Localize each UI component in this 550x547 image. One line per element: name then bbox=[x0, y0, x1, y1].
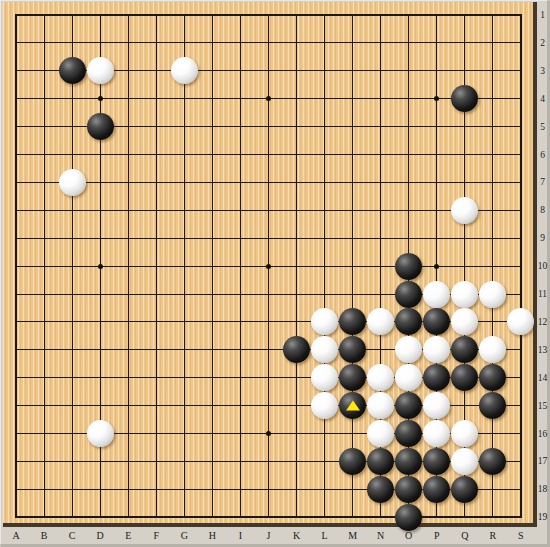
row-label-3: 3 bbox=[536, 65, 549, 77]
stone-white-Q16[interactable] bbox=[451, 420, 478, 447]
stone-black-O16[interactable] bbox=[395, 420, 422, 447]
star-point bbox=[266, 431, 271, 436]
stone-black-M15[interactable] bbox=[339, 392, 366, 419]
row-label-12: 12 bbox=[536, 316, 549, 328]
stone-black-P18[interactable] bbox=[423, 476, 450, 503]
row-label-16: 16 bbox=[536, 428, 549, 440]
row-label-6: 6 bbox=[536, 149, 549, 161]
stone-black-Q13[interactable] bbox=[451, 336, 478, 363]
row-label-15: 15 bbox=[536, 400, 549, 412]
stone-white-P11[interactable] bbox=[423, 281, 450, 308]
col-label-B: B bbox=[35, 529, 53, 543]
stone-black-M12[interactable] bbox=[339, 308, 366, 335]
stone-white-R11[interactable] bbox=[479, 281, 506, 308]
grid-line-horizontal bbox=[15, 182, 522, 183]
stone-black-R17[interactable] bbox=[479, 448, 506, 475]
stone-white-L14[interactable] bbox=[311, 364, 338, 391]
star-point bbox=[98, 264, 103, 269]
star-point bbox=[434, 264, 439, 269]
stone-white-P16[interactable] bbox=[423, 420, 450, 447]
row-label-13: 13 bbox=[536, 344, 549, 356]
stone-black-Q14[interactable] bbox=[451, 364, 478, 391]
col-label-I: I bbox=[231, 529, 249, 543]
stone-white-P13[interactable] bbox=[423, 336, 450, 363]
stone-black-Q18[interactable] bbox=[451, 476, 478, 503]
stone-white-Q12[interactable] bbox=[451, 308, 478, 335]
col-label-C: C bbox=[63, 529, 81, 543]
row-label-4: 4 bbox=[536, 93, 549, 105]
col-label-H: H bbox=[203, 529, 221, 543]
col-label-O: O bbox=[400, 529, 418, 543]
stone-white-R13[interactable] bbox=[479, 336, 506, 363]
stone-black-R15[interactable] bbox=[479, 392, 506, 419]
stone-black-N17[interactable] bbox=[367, 448, 394, 475]
col-label-M: M bbox=[344, 529, 362, 543]
stone-white-Q11[interactable] bbox=[451, 281, 478, 308]
col-label-F: F bbox=[147, 529, 165, 543]
stone-white-D3[interactable] bbox=[87, 57, 114, 84]
stone-black-O19[interactable] bbox=[395, 504, 422, 531]
star-point bbox=[434, 96, 439, 101]
stone-black-M13[interactable] bbox=[339, 336, 366, 363]
stone-white-N12[interactable] bbox=[367, 308, 394, 335]
stone-white-N16[interactable] bbox=[367, 420, 394, 447]
stone-black-O10[interactable] bbox=[395, 253, 422, 280]
stone-black-C3[interactable] bbox=[59, 57, 86, 84]
grid-line-horizontal bbox=[15, 42, 522, 43]
stone-white-Q17[interactable] bbox=[451, 448, 478, 475]
stone-white-Q8[interactable] bbox=[451, 197, 478, 224]
stone-black-O18[interactable] bbox=[395, 476, 422, 503]
stone-black-K13[interactable] bbox=[283, 336, 310, 363]
stone-black-M14[interactable] bbox=[339, 364, 366, 391]
stone-white-N14[interactable] bbox=[367, 364, 394, 391]
stone-white-L15[interactable] bbox=[311, 392, 338, 419]
col-label-J: J bbox=[259, 529, 277, 543]
grid-line-horizontal bbox=[15, 210, 522, 211]
stone-white-S12[interactable] bbox=[507, 308, 534, 335]
col-label-S: S bbox=[512, 529, 530, 543]
go-app-window: ABCDEFGHIJKLMNOPQRS123456789101112131415… bbox=[0, 0, 550, 547]
stone-black-O17[interactable] bbox=[395, 448, 422, 475]
stone-white-D16[interactable] bbox=[87, 420, 114, 447]
stone-black-O15[interactable] bbox=[395, 392, 422, 419]
stone-black-D5[interactable] bbox=[87, 113, 114, 140]
stone-white-G3[interactable] bbox=[171, 57, 198, 84]
star-point bbox=[98, 96, 103, 101]
row-label-14: 14 bbox=[536, 372, 549, 384]
row-label-10: 10 bbox=[536, 260, 549, 272]
row-label-19: 19 bbox=[536, 511, 549, 523]
grid-line-horizontal bbox=[15, 238, 522, 239]
row-label-18: 18 bbox=[536, 483, 549, 495]
row-label-5: 5 bbox=[536, 121, 549, 133]
col-label-L: L bbox=[316, 529, 334, 543]
col-label-Q: Q bbox=[456, 529, 474, 543]
row-label-7: 7 bbox=[536, 176, 549, 188]
stone-black-P14[interactable] bbox=[423, 364, 450, 391]
board-layer: ABCDEFGHIJKLMNOPQRS123456789101112131415… bbox=[0, 0, 550, 547]
stone-black-O11[interactable] bbox=[395, 281, 422, 308]
stone-black-Q4[interactable] bbox=[451, 85, 478, 112]
col-label-K: K bbox=[288, 529, 306, 543]
stone-black-O12[interactable] bbox=[395, 308, 422, 335]
grid-line-horizontal bbox=[15, 154, 522, 155]
star-point bbox=[266, 264, 271, 269]
stone-white-O13[interactable] bbox=[395, 336, 422, 363]
col-label-N: N bbox=[372, 529, 390, 543]
stone-white-L12[interactable] bbox=[311, 308, 338, 335]
col-label-A: A bbox=[7, 529, 25, 543]
stone-white-P15[interactable] bbox=[423, 392, 450, 419]
stone-white-L13[interactable] bbox=[311, 336, 338, 363]
col-label-G: G bbox=[175, 529, 193, 543]
stone-black-M17[interactable] bbox=[339, 448, 366, 475]
row-label-8: 8 bbox=[536, 204, 549, 216]
stone-white-O14[interactable] bbox=[395, 364, 422, 391]
stone-black-R14[interactable] bbox=[479, 364, 506, 391]
row-label-2: 2 bbox=[536, 37, 549, 49]
row-label-17: 17 bbox=[536, 455, 549, 467]
col-label-R: R bbox=[484, 529, 502, 543]
row-label-9: 9 bbox=[536, 232, 549, 244]
stone-white-N15[interactable] bbox=[367, 392, 394, 419]
triangle-marker-icon bbox=[346, 400, 360, 410]
col-label-P: P bbox=[428, 529, 446, 543]
grid-line-horizontal bbox=[15, 14, 522, 16]
col-label-D: D bbox=[91, 529, 109, 543]
stone-white-C7[interactable] bbox=[59, 169, 86, 196]
row-label-11: 11 bbox=[536, 288, 549, 300]
col-label-E: E bbox=[119, 529, 137, 543]
grid-line-horizontal bbox=[15, 516, 522, 518]
row-label-1: 1 bbox=[536, 9, 549, 21]
star-point bbox=[266, 96, 271, 101]
stone-black-N18[interactable] bbox=[367, 476, 394, 503]
stone-black-P12[interactable] bbox=[423, 308, 450, 335]
stone-black-P17[interactable] bbox=[423, 448, 450, 475]
